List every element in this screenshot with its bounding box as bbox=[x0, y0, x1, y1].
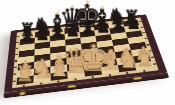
board-grid: ♜♞♝♛♚♝♞♜♟♟♟♟♟♟♟♟♟♟♟♟♟♟♟♟♜♞♝♛♚♝♞♜ bbox=[17, 20, 154, 85]
square-h1: ♜ bbox=[134, 61, 153, 70]
chess-board: ♜♞♝♛♚♝♞♜♟♟♟♟♟♟♟♟♟♟♟♟♟♟♟♟♜♞♝♛♚♝♞♜ bbox=[3, 14, 169, 98]
board-frame: ♜♞♝♛♚♝♞♜♟♟♟♟♟♟♟♟♟♟♟♟♟♟♟♟♜♞♝♛♚♝♞♜ bbox=[12, 17, 159, 88]
board-border: ♜♞♝♛♚♝♞♜♟♟♟♟♟♟♟♟♟♟♟♟♟♟♟♟♜♞♝♛♚♝♞♜ bbox=[4, 14, 167, 92]
brass-clasp bbox=[19, 91, 26, 95]
square-h7: ♟ bbox=[124, 25, 141, 32]
brass-hinge-left bbox=[67, 85, 76, 89]
chess-set-photo: ♜♞♝♛♚♝♞♜♟♟♟♟♟♟♟♟♟♟♟♟♟♟♟♟♜♞♝♛♚♝♞♜ bbox=[0, 0, 175, 105]
piece-black-pawn: ♟ bbox=[116, 16, 150, 32]
brass-hinge-right bbox=[133, 76, 143, 80]
piece-white-rook: ♜ bbox=[126, 48, 165, 70]
